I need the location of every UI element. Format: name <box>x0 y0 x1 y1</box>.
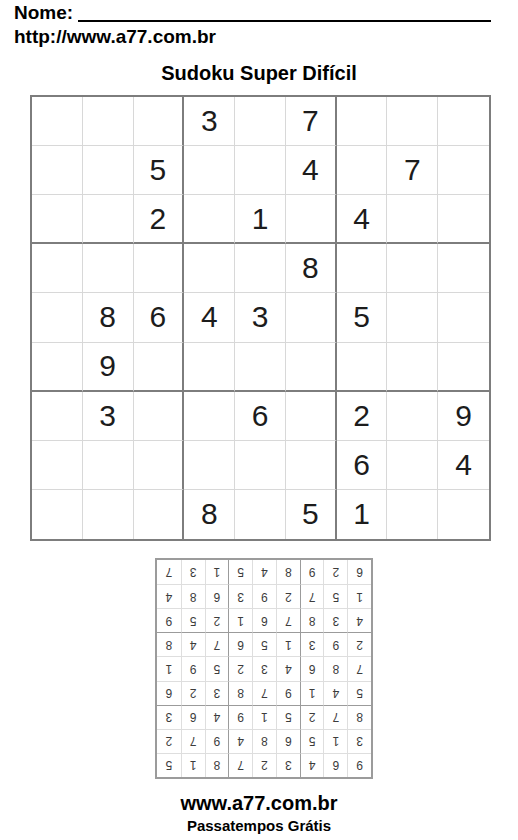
puzzle-cell-r2c1 <box>32 146 83 195</box>
solution-cell-r1c1: 9 <box>347 753 371 777</box>
puzzle-cell-r1c6: 7 <box>286 97 337 146</box>
solution-cell-r1c8: 1 <box>181 753 205 777</box>
solution-cell-r8c4: 2 <box>276 584 300 608</box>
puzzle-cell-r7c3 <box>134 392 185 441</box>
puzzle-cell-r7c8 <box>387 392 438 441</box>
puzzle-cell-r9c3 <box>134 490 185 539</box>
solution-cell-r6c2: 9 <box>323 632 347 656</box>
solution-cell-r8c3: 7 <box>300 584 324 608</box>
solution-cell-r4c4: 9 <box>276 681 300 705</box>
solution-cell-r2c9: 2 <box>157 729 181 753</box>
puzzle-cell-r1c2 <box>83 97 134 146</box>
sudoku-solution-grid: 9643278153156849728725194635419783267864… <box>155 558 373 779</box>
puzzle-cell-r6c6 <box>286 343 337 392</box>
solution-cell-r4c5: 7 <box>252 681 276 705</box>
puzzle-cell-r5c8 <box>387 293 438 342</box>
solution-cell-r4c8: 2 <box>181 681 205 705</box>
solution-cell-r8c1: 1 <box>347 584 371 608</box>
puzzle-cell-r1c1 <box>32 97 83 146</box>
puzzle-cell-r1c7 <box>337 97 388 146</box>
puzzle-cell-r5c9 <box>438 293 489 342</box>
solution-cell-r6c3: 3 <box>300 632 324 656</box>
solution-cell-r7c6: 1 <box>228 608 252 632</box>
puzzle-cell-r5c6 <box>286 293 337 342</box>
solution-cell-r5c3: 6 <box>300 656 324 680</box>
solution-cell-r3c2: 7 <box>323 705 347 729</box>
footer-tagline: Passatempos Grátis <box>0 817 518 835</box>
puzzle-cell-r8c7: 6 <box>337 441 388 490</box>
solution-cell-r1c4: 3 <box>276 753 300 777</box>
puzzle-cell-r6c3 <box>134 343 185 392</box>
solution-cell-r4c6: 8 <box>228 681 252 705</box>
puzzle-cell-r4c9 <box>438 244 489 293</box>
solution-cell-r3c9: 3 <box>157 705 181 729</box>
puzzle-cell-r5c3: 6 <box>134 293 185 342</box>
solution-cell-r1c9: 5 <box>157 753 181 777</box>
solution-cell-r9c8: 3 <box>181 560 205 584</box>
puzzle-cell-r2c8: 7 <box>387 146 438 195</box>
puzzle-cell-r1c4: 3 <box>184 97 235 146</box>
puzzle-cell-r7c5: 6 <box>235 392 286 441</box>
solution-cell-r8c2: 5 <box>323 584 347 608</box>
puzzle-cell-r9c6: 5 <box>286 490 337 539</box>
solution-cell-r4c7: 3 <box>205 681 229 705</box>
puzzle-cell-r6c1 <box>32 343 83 392</box>
solution-cell-r6c7: 7 <box>205 632 229 656</box>
puzzle-cell-r1c8 <box>387 97 438 146</box>
solution-cell-r4c2: 4 <box>323 681 347 705</box>
solution-cell-r9c7: 1 <box>205 560 229 584</box>
puzzle-cell-r5c2: 8 <box>83 293 134 342</box>
solution-cell-r9c9: 7 <box>157 560 181 584</box>
solution-cell-r2c3: 5 <box>300 729 324 753</box>
puzzle-cell-r8c2 <box>83 441 134 490</box>
solution-cell-r8c6: 3 <box>228 584 252 608</box>
solution-cell-r6c8: 4 <box>181 632 205 656</box>
puzzle-cell-r7c1 <box>32 392 83 441</box>
puzzle-cell-r6c9 <box>438 343 489 392</box>
solution-cell-r5c7: 5 <box>205 656 229 680</box>
solution-cell-r1c2: 6 <box>323 753 347 777</box>
puzzle-cell-r5c5: 3 <box>235 293 286 342</box>
solution-cell-r4c1: 5 <box>347 681 371 705</box>
solution-cell-r5c9: 1 <box>157 656 181 680</box>
solution-cell-r2c7: 9 <box>205 729 229 753</box>
puzzle-cell-r3c8 <box>387 195 438 244</box>
solution-cell-r5c4: 4 <box>276 656 300 680</box>
puzzle-cell-r8c4 <box>184 441 235 490</box>
solution-cell-r5c8: 9 <box>181 656 205 680</box>
puzzle-cell-r3c4 <box>184 195 235 244</box>
puzzle-cell-r6c2: 9 <box>83 343 134 392</box>
solution-cell-r7c7: 2 <box>205 608 229 632</box>
puzzle-cell-r9c7: 1 <box>337 490 388 539</box>
solution-cell-r1c7: 8 <box>205 753 229 777</box>
solution-cell-r2c6: 4 <box>228 729 252 753</box>
puzzle-cell-r6c5 <box>235 343 286 392</box>
puzzle-cell-r9c1 <box>32 490 83 539</box>
puzzle-cell-r9c5 <box>235 490 286 539</box>
solution-cell-r3c1: 8 <box>347 705 371 729</box>
solution-cell-r2c2: 1 <box>323 729 347 753</box>
puzzle-cell-r9c4: 8 <box>184 490 235 539</box>
puzzle-cell-r7c7: 2 <box>337 392 388 441</box>
puzzle-cell-r4c7 <box>337 244 388 293</box>
puzzle-cell-r5c4: 4 <box>184 293 235 342</box>
solution-cell-r6c6: 6 <box>228 632 252 656</box>
solution-cell-r7c8: 5 <box>181 608 205 632</box>
solution-cell-r7c2: 3 <box>323 608 347 632</box>
puzzle-cell-r6c8 <box>387 343 438 392</box>
solution-cell-r6c4: 1 <box>276 632 300 656</box>
puzzle-cell-r8c6 <box>286 441 337 490</box>
solution-cell-r7c4: 7 <box>276 608 300 632</box>
puzzle-cell-r8c5 <box>235 441 286 490</box>
site-url: http://www.a77.com.br <box>14 26 216 48</box>
puzzle-cell-r7c9: 9 <box>438 392 489 441</box>
page-title: Sudoku Super Difícil <box>0 62 518 84</box>
solution-cell-r6c5: 5 <box>252 632 276 656</box>
puzzle-cell-r2c2 <box>83 146 134 195</box>
solution-cell-r6c1: 2 <box>347 632 371 656</box>
solution-cell-r4c9: 6 <box>157 681 181 705</box>
puzzle-cell-r9c2 <box>83 490 134 539</box>
puzzle-cell-r5c1 <box>32 293 83 342</box>
solution-cell-r7c5: 6 <box>252 608 276 632</box>
solution-cell-r8c8: 8 <box>181 584 205 608</box>
solution-cell-r4c3: 1 <box>300 681 324 705</box>
solution-cell-r6c9: 8 <box>157 632 181 656</box>
name-label: Nome: <box>14 2 73 24</box>
solution-cell-r3c5: 1 <box>252 705 276 729</box>
puzzle-cell-r1c9 <box>438 97 489 146</box>
solution-cell-r7c3: 8 <box>300 608 324 632</box>
solution-cell-r5c2: 8 <box>323 656 347 680</box>
puzzle-cell-r2c4 <box>184 146 235 195</box>
puzzle-cell-r3c7: 4 <box>337 195 388 244</box>
solution-cell-r3c7: 4 <box>205 705 229 729</box>
puzzle-cell-r3c9 <box>438 195 489 244</box>
solution-cell-r9c5: 4 <box>252 560 276 584</box>
puzzle-cell-r8c1 <box>32 441 83 490</box>
puzzle-cell-r4c5 <box>235 244 286 293</box>
solution-cell-r8c5: 9 <box>252 584 276 608</box>
solution-cell-r2c8: 7 <box>181 729 205 753</box>
solution-cell-r3c8: 6 <box>181 705 205 729</box>
solution-cell-r7c9: 9 <box>157 608 181 632</box>
puzzle-cell-r3c5: 1 <box>235 195 286 244</box>
solution-cell-r9c4: 8 <box>276 560 300 584</box>
solution-cell-r2c1: 3 <box>347 729 371 753</box>
puzzle-cell-r3c3: 2 <box>134 195 185 244</box>
puzzle-cell-r2c7 <box>337 146 388 195</box>
puzzle-cell-r5c7: 5 <box>337 293 388 342</box>
puzzle-cell-r8c8 <box>387 441 438 490</box>
puzzle-cell-r4c6: 8 <box>286 244 337 293</box>
puzzle-cell-r2c3: 5 <box>134 146 185 195</box>
puzzle-cell-r8c3 <box>134 441 185 490</box>
puzzle-cell-r2c5 <box>235 146 286 195</box>
solution-cell-r8c9: 4 <box>157 584 181 608</box>
puzzle-cell-r4c4 <box>184 244 235 293</box>
solution-cell-r1c5: 2 <box>252 753 276 777</box>
solution-cell-r1c6: 7 <box>228 753 252 777</box>
puzzle-cell-r6c4 <box>184 343 235 392</box>
solution-cell-r9c1: 6 <box>347 560 371 584</box>
puzzle-cell-r6c7 <box>337 343 388 392</box>
solution-cell-r5c6: 2 <box>228 656 252 680</box>
solution-cell-r3c6: 9 <box>228 705 252 729</box>
footer-site: www.a77.com.br <box>0 792 518 815</box>
solution-cell-r9c6: 5 <box>228 560 252 584</box>
puzzle-cell-r8c9: 4 <box>438 441 489 490</box>
solution-cell-r5c5: 3 <box>252 656 276 680</box>
solution-cell-r2c5: 8 <box>252 729 276 753</box>
puzzle-cell-r4c2 <box>83 244 134 293</box>
name-underline <box>78 20 491 22</box>
puzzle-cell-r7c2: 3 <box>83 392 134 441</box>
puzzle-cell-r4c3 <box>134 244 185 293</box>
solution-cell-r2c4: 6 <box>276 729 300 753</box>
puzzle-cell-r2c6: 4 <box>286 146 337 195</box>
puzzle-cell-r3c2 <box>83 195 134 244</box>
puzzle-cell-r1c5 <box>235 97 286 146</box>
puzzle-cell-r4c1 <box>32 244 83 293</box>
puzzle-cell-r7c6 <box>286 392 337 441</box>
solution-cell-r1c3: 4 <box>300 753 324 777</box>
puzzle-cell-r4c8 <box>387 244 438 293</box>
solution-cell-r9c2: 2 <box>323 560 347 584</box>
puzzle-cell-r2c9 <box>438 146 489 195</box>
sudoku-puzzle-grid: 375472148864359362964851 <box>30 95 491 541</box>
puzzle-cell-r1c3 <box>134 97 185 146</box>
solution-cell-r9c3: 9 <box>300 560 324 584</box>
puzzle-cell-r3c6 <box>286 195 337 244</box>
puzzle-cell-r9c8 <box>387 490 438 539</box>
solution-cell-r8c7: 6 <box>205 584 229 608</box>
solution-cell-r5c1: 7 <box>347 656 371 680</box>
puzzle-cell-r7c4 <box>184 392 235 441</box>
solution-cell-r7c1: 4 <box>347 608 371 632</box>
solution-cell-r3c3: 2 <box>300 705 324 729</box>
solution-cell-r3c4: 5 <box>276 705 300 729</box>
puzzle-cell-r9c9 <box>438 490 489 539</box>
puzzle-cell-r3c1 <box>32 195 83 244</box>
